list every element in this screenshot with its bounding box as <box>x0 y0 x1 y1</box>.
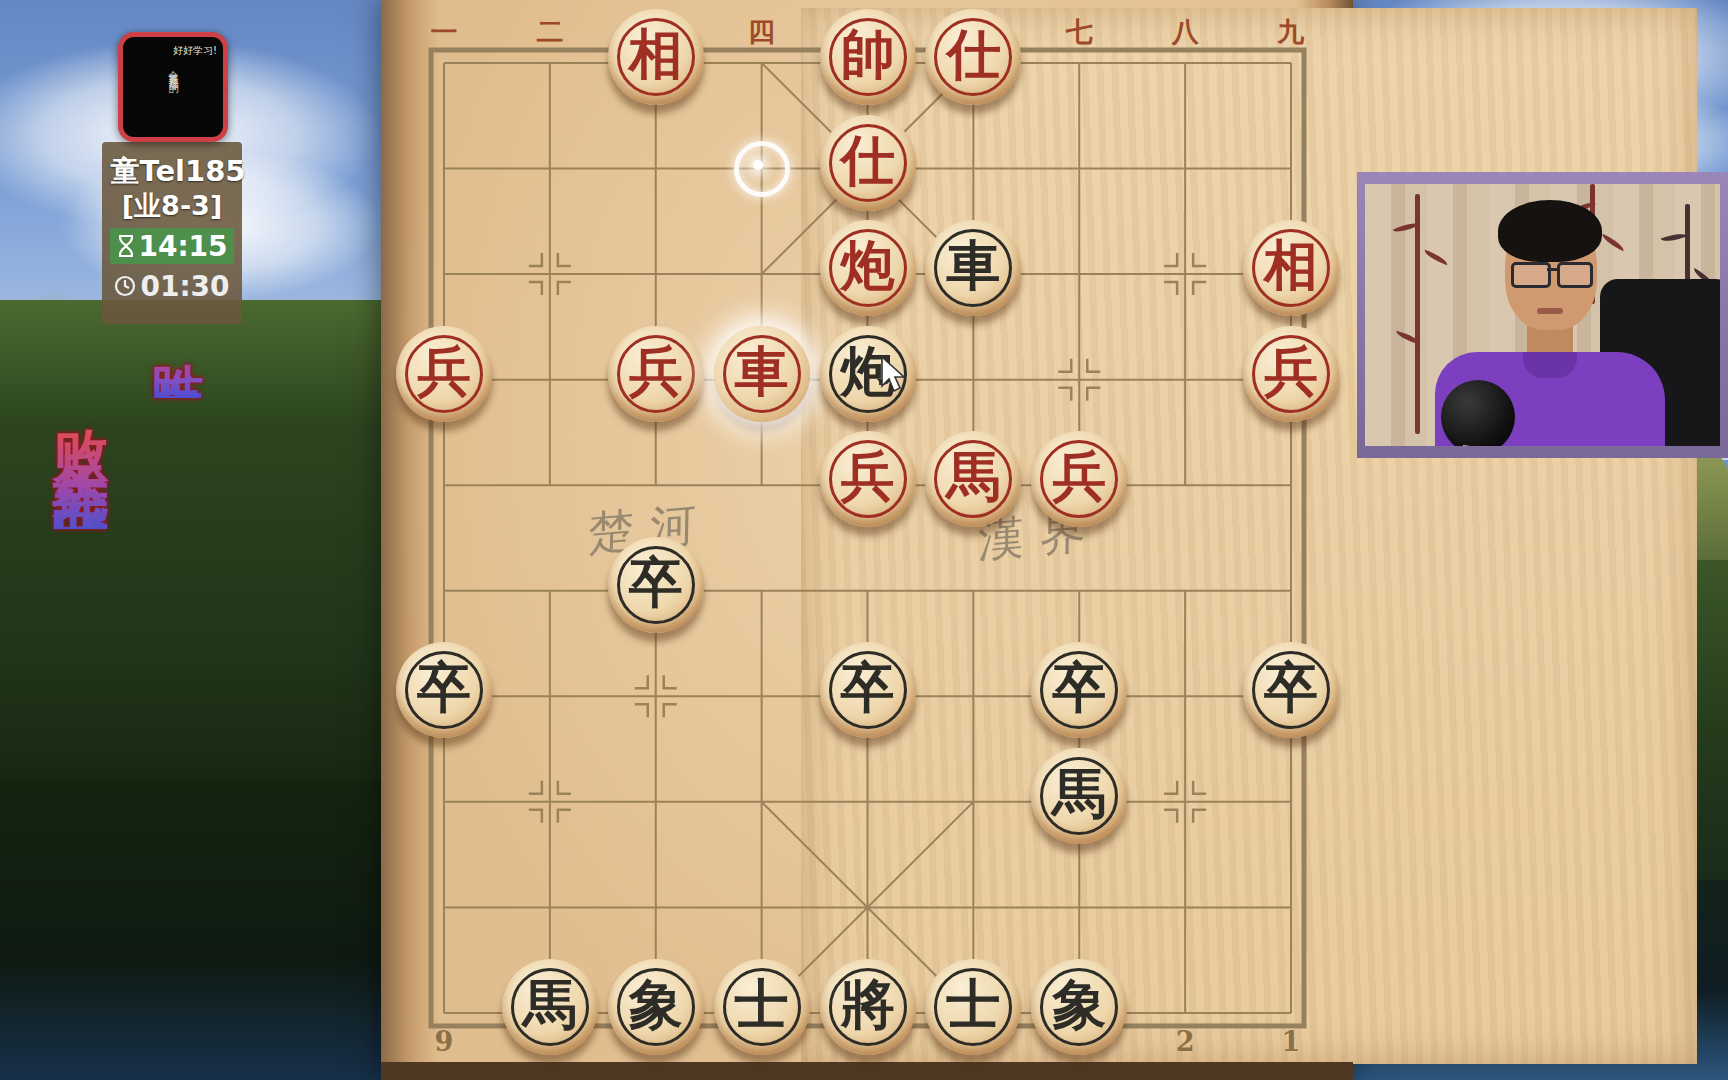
piece-glyph: 仕 <box>925 15 1021 93</box>
piece-glyph: 兵 <box>1031 437 1127 515</box>
avatar[interactable]: 好好学习! 全世界都是你的 <box>118 32 228 142</box>
piece-glyph: 象 <box>1031 965 1127 1043</box>
piece-glyph: 相 <box>1243 226 1339 304</box>
piece-glyph: 將 <box>820 965 916 1043</box>
piece-glyph: 卒 <box>1243 648 1339 726</box>
piece-black-車[interactable]: 車 <box>925 220 1021 316</box>
piece-glyph: 馬 <box>1031 754 1127 832</box>
piece-black-卒[interactable]: 卒 <box>396 642 492 738</box>
microphone-icon <box>1441 380 1515 446</box>
piece-black-象[interactable]: 象 <box>1031 959 1127 1055</box>
piece-glyph: 相 <box>608 15 704 93</box>
piece-red-兵[interactable]: 兵 <box>396 326 492 422</box>
webcam-video <box>1365 184 1720 446</box>
piece-glyph: 馬 <box>925 437 1021 515</box>
banner-text-left-column: 败兵先战而后求胜 <box>44 385 120 529</box>
piece-glyph: 卒 <box>608 543 704 621</box>
mouse-cursor-icon <box>880 356 914 396</box>
piece-black-馬[interactable]: 馬 <box>502 959 598 1055</box>
piece-glyph: 馬 <box>502 965 598 1043</box>
piece-glyph: 帥 <box>820 15 916 93</box>
piece-red-相[interactable]: 相 <box>1243 220 1339 316</box>
piece-red-相[interactable]: 相 <box>608 9 704 105</box>
piece-red-仕[interactable]: 仕 <box>820 115 916 211</box>
webcam-overlay <box>1357 172 1728 458</box>
piece-glyph: 士 <box>714 965 810 1043</box>
piece-glyph: 車 <box>714 332 810 410</box>
move-timer: 01:30 <box>110 268 234 304</box>
hourglass-icon <box>116 234 136 258</box>
clock-icon <box>114 275 136 297</box>
piece-black-卒[interactable]: 卒 <box>608 537 704 633</box>
bamboo-painting <box>1415 194 1420 434</box>
piece-glyph: 象 <box>608 965 704 1043</box>
piece-black-象[interactable]: 象 <box>608 959 704 1055</box>
piece-glyph: 卒 <box>396 648 492 726</box>
piece-black-將[interactable]: 將 <box>820 959 916 1055</box>
piece-black-士[interactable]: 士 <box>925 959 1021 1055</box>
piece-black-馬[interactable]: 馬 <box>1031 748 1127 844</box>
piece-red-炮[interactable]: 炮 <box>820 220 916 316</box>
piece-red-兵[interactable]: 兵 <box>608 326 704 422</box>
banner-text-right-column: 胜兵先胜而后求战 <box>140 318 216 398</box>
piece-red-兵[interactable]: 兵 <box>820 431 916 527</box>
piece-red-車[interactable]: 車 <box>714 326 810 422</box>
piece-black-卒[interactable]: 卒 <box>1243 642 1339 738</box>
piece-glyph: 兵 <box>396 332 492 410</box>
main-timer: 14:15 <box>110 228 234 264</box>
bamboo-leaf <box>1423 250 1450 265</box>
piece-black-士[interactable]: 士 <box>714 959 810 1055</box>
piece-glyph: 卒 <box>1031 648 1127 726</box>
piece-red-兵[interactable]: 兵 <box>1031 431 1127 527</box>
piece-red-兵[interactable]: 兵 <box>1243 326 1339 422</box>
player-rank-badge: [业8-3] <box>102 188 242 224</box>
piece-glyph: 卒 <box>820 648 916 726</box>
bamboo-leaf <box>1600 234 1627 251</box>
piece-red-仕[interactable]: 仕 <box>925 9 1021 105</box>
piece-black-卒[interactable]: 卒 <box>820 642 916 738</box>
piece-red-馬[interactable]: 馬 <box>925 431 1021 527</box>
piece-glyph: 兵 <box>1243 332 1339 410</box>
piece-black-卒[interactable]: 卒 <box>1031 642 1127 738</box>
piece-red-帥[interactable]: 帥 <box>820 9 916 105</box>
mouth <box>1537 308 1563 314</box>
avatar-caption-top: 好好学习! <box>173 44 217 58</box>
piece-glyph: 兵 <box>608 332 704 410</box>
bamboo-leaf <box>1661 230 1688 245</box>
main-timer-value: 14:15 <box>138 230 227 263</box>
piece-glyph: 士 <box>925 965 1021 1043</box>
last-move-indicator <box>734 141 790 197</box>
piece-glyph: 仕 <box>820 121 916 199</box>
player-name: 童Tel185 <box>88 152 268 192</box>
piece-glyph: 車 <box>925 226 1021 304</box>
piece-glyph: 炮 <box>820 226 916 304</box>
streamer-hair <box>1498 200 1602 262</box>
piece-glyph: 兵 <box>820 437 916 515</box>
avatar-caption-vertical: 全世界都是你的 <box>166 63 180 77</box>
move-timer-value: 01:30 <box>140 270 229 303</box>
glasses <box>1511 262 1595 284</box>
